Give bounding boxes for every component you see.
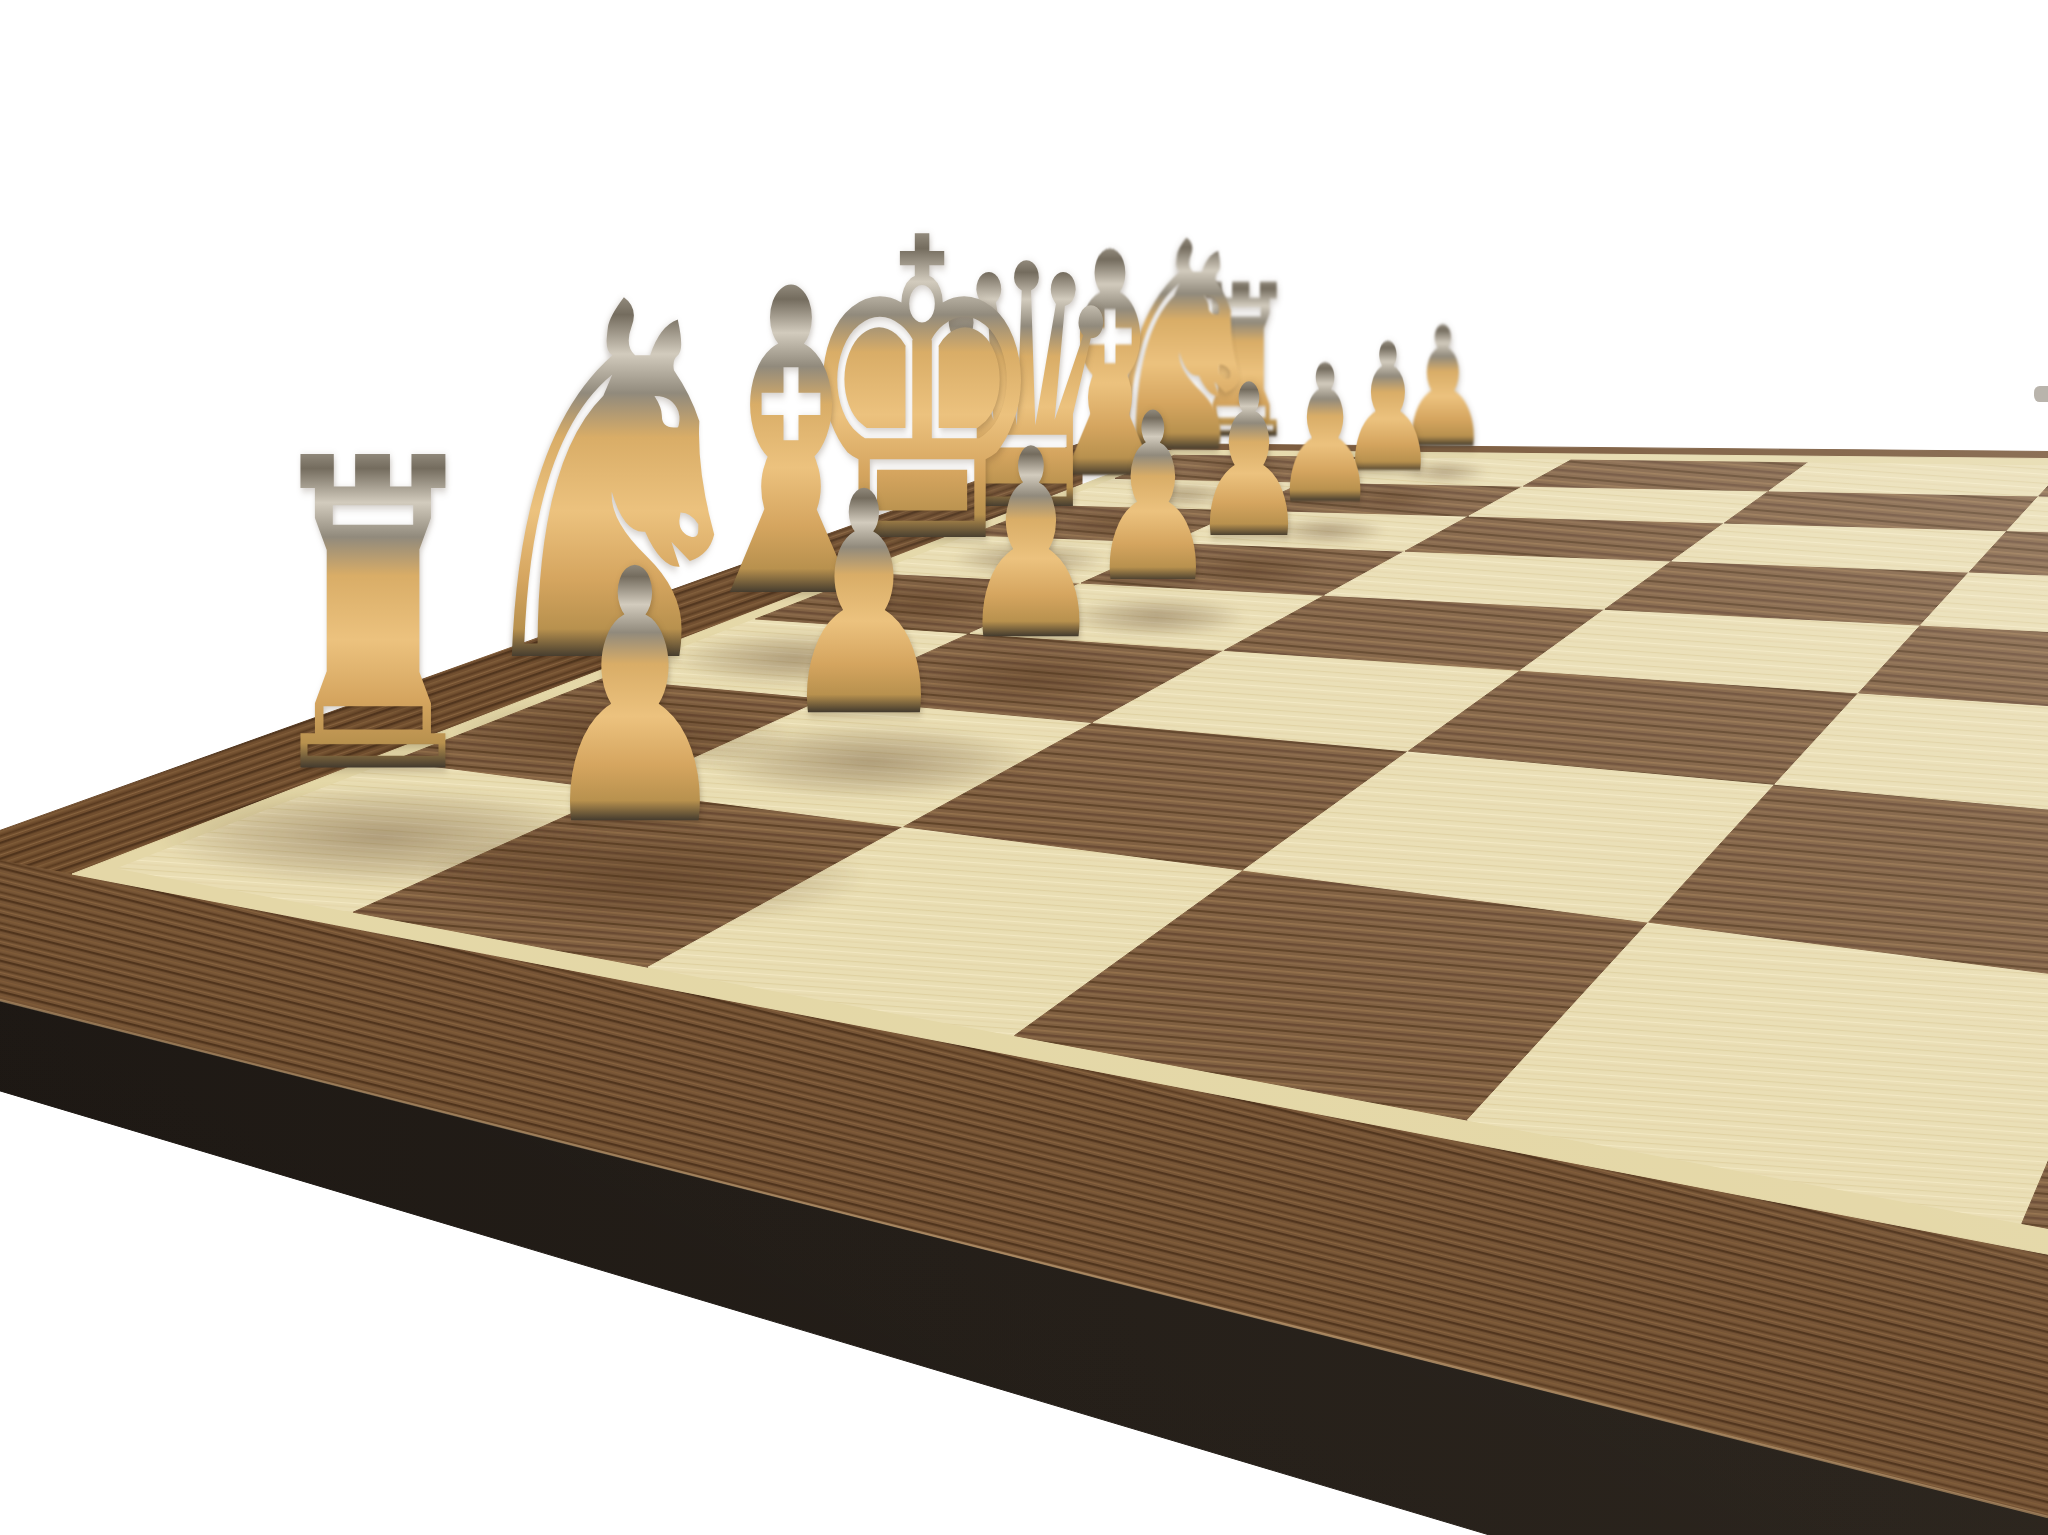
depth-haze: [0, 380, 2048, 1535]
chess-board: [0, 0, 2048, 1535]
scene: Wooden chess board with silver-metal top…: [0, 0, 2048, 1535]
partial-object-right-edge: [2034, 386, 2048, 402]
